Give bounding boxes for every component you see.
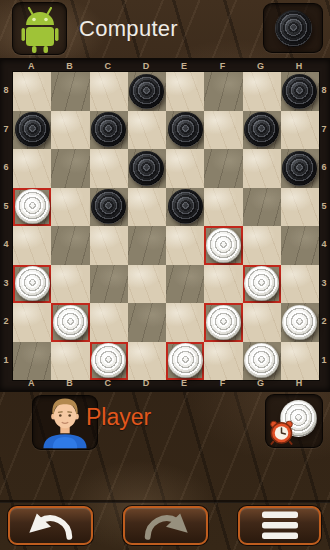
player-side-panel (265, 394, 323, 448)
square-c3[interactable] (90, 265, 128, 304)
square-a6[interactable] (13, 149, 51, 188)
file-label-h: H (280, 376, 318, 390)
square-f7[interactable] (204, 111, 242, 150)
square-a5[interactable] (13, 188, 51, 227)
file-label-e: E (165, 376, 203, 390)
rank-label-3: 3 (0, 264, 12, 303)
square-d6[interactable] (128, 149, 166, 188)
computer-name-label: Computer (79, 16, 178, 42)
square-h5[interactable] (281, 188, 319, 227)
black-checker-piece[interactable] (91, 112, 126, 147)
square-e5[interactable] (166, 188, 204, 227)
player-name-label: Player (86, 404, 151, 431)
file-label-c: C (89, 376, 127, 390)
black-checker-piece[interactable] (91, 189, 126, 224)
hamburger-menu-icon (260, 510, 300, 541)
square-b3[interactable] (51, 265, 89, 304)
redo-arrow-icon (139, 511, 193, 541)
white-checker-piece[interactable] (15, 266, 50, 301)
square-g4[interactable] (243, 226, 281, 265)
redo-button[interactable] (123, 506, 208, 545)
square-a3[interactable] (13, 265, 51, 304)
square-b8[interactable] (51, 72, 89, 111)
rank-label-1: 1 (0, 341, 12, 380)
black-checker-piece[interactable] (282, 151, 317, 186)
square-g5[interactable] (243, 188, 281, 227)
file-label-g: G (242, 376, 280, 390)
file-label-h: H (280, 60, 318, 71)
square-f8[interactable] (204, 72, 242, 111)
menu-button[interactable] (238, 506, 321, 545)
square-h4[interactable] (281, 226, 319, 265)
file-label-e: E (165, 60, 203, 71)
square-a2[interactable] (13, 303, 51, 342)
square-g7[interactable] (243, 111, 281, 150)
square-h6[interactable] (281, 149, 319, 188)
white-checker-piece[interactable] (91, 343, 126, 378)
undo-arrow-icon (24, 511, 78, 541)
square-b4[interactable] (51, 226, 89, 265)
square-d2[interactable] (128, 303, 166, 342)
square-c6[interactable] (90, 149, 128, 188)
square-f5[interactable] (204, 188, 242, 227)
white-checker-piece[interactable] (206, 228, 241, 263)
white-checker-piece[interactable] (244, 343, 279, 378)
files-labels: ABCDEFGH (12, 60, 318, 71)
square-f6[interactable] (204, 149, 242, 188)
black-checker-piece[interactable] (168, 112, 203, 147)
square-f2[interactable] (204, 303, 242, 342)
square-d5[interactable] (128, 188, 166, 227)
square-e8[interactable] (166, 72, 204, 111)
square-a1[interactable] (13, 342, 51, 381)
rank-label-8: 8 (0, 71, 12, 110)
square-f4[interactable] (204, 226, 242, 265)
black-checker-piece[interactable] (168, 189, 203, 224)
rank-label-7: 7 (0, 110, 12, 149)
file-label-f: F (203, 376, 241, 390)
square-c1[interactable] (90, 342, 128, 381)
white-checker-piece[interactable] (206, 305, 241, 340)
square-b6[interactable] (51, 149, 89, 188)
square-a7[interactable] (13, 111, 51, 150)
android-robot-icon (21, 7, 59, 53)
white-checker-piece[interactable] (282, 305, 317, 340)
square-e4[interactable] (166, 226, 204, 265)
black-checker-piece[interactable] (129, 151, 164, 186)
checkers-app-screen: { "game": "checkers (Russian draughts st… (0, 0, 330, 550)
square-h1[interactable] (281, 342, 319, 381)
rank-label-2: 2 (0, 302, 12, 341)
rank-label-5: 5 (0, 187, 12, 226)
square-b7[interactable] (51, 111, 89, 150)
file-label-f: F (203, 60, 241, 71)
ranks-labels: 87654321 (0, 71, 12, 379)
square-h2[interactable] (281, 303, 319, 342)
white-checker-piece[interactable] (53, 305, 88, 340)
black-checker-piece[interactable] (15, 112, 50, 147)
square-d7[interactable] (128, 111, 166, 150)
file-label-a: A (12, 376, 50, 390)
file-label-a: A (12, 60, 50, 71)
square-e1[interactable] (166, 342, 204, 381)
square-d3[interactable] (128, 265, 166, 304)
square-b2[interactable] (51, 303, 89, 342)
square-f3[interactable] (204, 265, 242, 304)
black-checker-piece[interactable] (244, 112, 279, 147)
square-e3[interactable] (166, 265, 204, 304)
black-checker-piece[interactable] (282, 74, 317, 109)
square-e7[interactable] (166, 111, 204, 150)
file-label-b: B (50, 60, 88, 71)
square-c7[interactable] (90, 111, 128, 150)
files-labels: ABCDEFGH (12, 376, 318, 390)
square-h8[interactable] (281, 72, 319, 111)
board-grid (12, 71, 320, 381)
computer-avatar-panel (12, 2, 67, 55)
checkers-board: ABCDEFGH 87654321 87654321 ABCDEFGH (0, 58, 330, 392)
file-label-g: G (242, 60, 280, 71)
alarm-clock-icon (268, 418, 295, 445)
white-checker-piece[interactable] (244, 266, 279, 301)
square-c4[interactable] (90, 226, 128, 265)
square-f1[interactable] (204, 342, 242, 381)
square-b5[interactable] (51, 188, 89, 227)
square-a4[interactable] (13, 226, 51, 265)
file-label-b: B (50, 376, 88, 390)
undo-button[interactable] (8, 506, 93, 545)
square-g2[interactable] (243, 303, 281, 342)
rank-label-6: 6 (0, 148, 12, 187)
square-b1[interactable] (51, 342, 89, 381)
square-c5[interactable] (90, 188, 128, 227)
square-a8[interactable] (13, 72, 51, 111)
square-c8[interactable] (90, 72, 128, 111)
rank-label-4: 4 (0, 225, 12, 264)
square-d8[interactable] (128, 72, 166, 111)
square-c2[interactable] (90, 303, 128, 342)
square-h7[interactable] (281, 111, 319, 150)
square-g6[interactable] (243, 149, 281, 188)
computer-black-checker-piece-icon (275, 10, 312, 47)
square-e6[interactable] (166, 149, 204, 188)
white-checker-piece[interactable] (168, 343, 203, 378)
footer-divider (0, 500, 330, 503)
file-label-c: C (89, 60, 127, 71)
white-checker-piece[interactable] (15, 189, 50, 224)
file-label-d: D (127, 376, 165, 390)
square-d1[interactable] (128, 342, 166, 381)
square-e2[interactable] (166, 303, 204, 342)
square-g8[interactable] (243, 72, 281, 111)
file-label-d: D (127, 60, 165, 71)
square-d4[interactable] (128, 226, 166, 265)
computer-side-panel (263, 3, 323, 53)
square-g3[interactable] (243, 265, 281, 304)
square-g1[interactable] (243, 342, 281, 381)
square-h3[interactable] (281, 265, 319, 304)
black-checker-piece[interactable] (129, 74, 164, 109)
